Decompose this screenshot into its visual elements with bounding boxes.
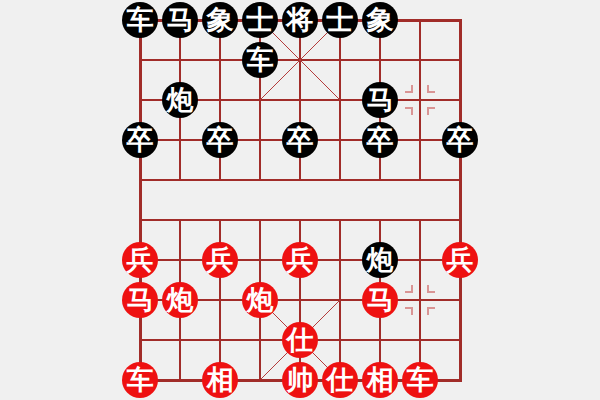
- xiangqi-board[interactable]: 车马象士将士象车炮马卒卒卒卒卒炮兵兵兵兵马炮炮马仕车相帅仕相车: [120, 0, 480, 400]
- piece-red-chariot[interactable]: 车: [122, 362, 158, 398]
- piece-black-chariot[interactable]: 车: [122, 2, 158, 38]
- piece-red-cannon[interactable]: 炮: [242, 282, 278, 318]
- marker-corner-bl: [405, 107, 413, 115]
- piece-red-soldier[interactable]: 兵: [282, 242, 318, 278]
- piece-red-elephant[interactable]: 相: [362, 362, 398, 398]
- piece-red-soldier[interactable]: 兵: [202, 242, 238, 278]
- piece-black-cannon[interactable]: 炮: [162, 82, 198, 118]
- piece-red-soldier[interactable]: 兵: [122, 242, 158, 278]
- marker-corner-tr: [427, 285, 435, 293]
- marker-corner-bl: [405, 307, 413, 315]
- last-move-marker: [405, 85, 435, 115]
- marker-corner-tl: [405, 85, 413, 93]
- marker-corner-br: [427, 307, 435, 315]
- piece-black-horse[interactable]: 马: [362, 82, 398, 118]
- piece-red-advisor[interactable]: 仕: [322, 362, 358, 398]
- piece-black-soldier[interactable]: 卒: [122, 122, 158, 158]
- piece-black-elephant[interactable]: 象: [362, 2, 398, 38]
- piece-black-horse[interactable]: 马: [162, 2, 198, 38]
- piece-black-elephant[interactable]: 象: [202, 2, 238, 38]
- xiangqi-app-screen: 车马象士将士象车炮马卒卒卒卒卒炮兵兵兵兵马炮炮马仕车相帅仕相车: [0, 0, 600, 400]
- piece-red-soldier[interactable]: 兵: [442, 242, 478, 278]
- last-move-marker: [405, 285, 435, 315]
- piece-black-general[interactable]: 将: [282, 2, 318, 38]
- piece-red-elephant[interactable]: 相: [202, 362, 238, 398]
- piece-red-chariot[interactable]: 车: [402, 362, 438, 398]
- marker-corner-br: [427, 107, 435, 115]
- piece-black-chariot[interactable]: 车: [242, 42, 278, 78]
- marker-corner-tr: [427, 85, 435, 93]
- piece-red-advisor[interactable]: 仕: [282, 322, 318, 358]
- piece-red-marshal[interactable]: 帅: [282, 362, 318, 398]
- piece-red-horse[interactable]: 马: [122, 282, 158, 318]
- piece-black-soldier[interactable]: 卒: [282, 122, 318, 158]
- piece-red-cannon[interactable]: 炮: [162, 282, 198, 318]
- piece-red-horse[interactable]: 马: [362, 282, 398, 318]
- piece-black-cannon[interactable]: 炮: [362, 242, 398, 278]
- piece-black-soldier[interactable]: 卒: [362, 122, 398, 158]
- marker-corner-tl: [405, 285, 413, 293]
- piece-black-advisor[interactable]: 士: [322, 2, 358, 38]
- piece-black-soldier[interactable]: 卒: [442, 122, 478, 158]
- piece-black-advisor[interactable]: 士: [242, 2, 278, 38]
- piece-black-soldier[interactable]: 卒: [202, 122, 238, 158]
